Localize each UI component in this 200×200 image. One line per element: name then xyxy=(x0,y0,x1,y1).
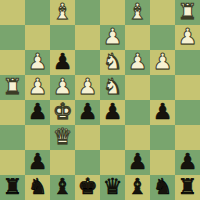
square-a1[interactable]: ♜ xyxy=(175,0,200,25)
black-rook-a8[interactable]: ♜ xyxy=(178,174,198,199)
square-d6[interactable] xyxy=(100,125,125,150)
square-e2[interactable] xyxy=(75,25,100,50)
black-pawn-g7[interactable]: ♟ xyxy=(28,149,48,174)
square-e4[interactable]: ♟ xyxy=(75,75,100,100)
square-g7[interactable]: ♟ xyxy=(25,150,50,175)
white-bishop-f1[interactable]: ♝ xyxy=(53,0,73,24)
square-g4[interactable]: ♟ xyxy=(25,75,50,100)
black-pawn-f3[interactable]: ♟ xyxy=(53,49,73,74)
square-h3[interactable] xyxy=(0,50,25,75)
black-pawn-b5[interactable]: ♟ xyxy=(153,99,173,124)
white-pawn-g3[interactable]: ♟ xyxy=(28,49,48,74)
white-rook-h4[interactable]: ♜ xyxy=(3,74,23,99)
white-rook-a1[interactable]: ♜ xyxy=(178,0,198,24)
square-g6[interactable] xyxy=(25,125,50,150)
square-c4[interactable] xyxy=(125,75,150,100)
black-knight-b8[interactable]: ♞ xyxy=(153,174,173,199)
square-a6[interactable] xyxy=(175,125,200,150)
square-h7[interactable] xyxy=(0,150,25,175)
square-f8[interactable]: ♝ xyxy=(50,175,75,200)
square-a7[interactable]: ♟ xyxy=(175,150,200,175)
white-pawn-f4[interactable]: ♟ xyxy=(53,74,73,99)
square-g8[interactable]: ♞ xyxy=(25,175,50,200)
square-d2[interactable]: ♟ xyxy=(100,25,125,50)
square-c2[interactable] xyxy=(125,25,150,50)
square-g1[interactable] xyxy=(25,0,50,25)
square-b7[interactable] xyxy=(150,150,175,175)
square-h6[interactable] xyxy=(0,125,25,150)
square-c1[interactable]: ♝ xyxy=(125,0,150,25)
square-a3[interactable] xyxy=(175,50,200,75)
square-a4[interactable] xyxy=(175,75,200,100)
black-king-e8[interactable]: ♚ xyxy=(78,174,98,199)
square-f5[interactable]: ♚ xyxy=(50,100,75,125)
square-c8[interactable]: ♝ xyxy=(125,175,150,200)
square-b3[interactable]: ♟ xyxy=(150,50,175,75)
white-pawn-b3[interactable]: ♟ xyxy=(153,49,173,74)
square-d3[interactable]: ♞ xyxy=(100,50,125,75)
square-a5[interactable] xyxy=(175,100,200,125)
square-f3[interactable]: ♟ xyxy=(50,50,75,75)
square-b2[interactable] xyxy=(150,25,175,50)
white-king-f5[interactable]: ♚ xyxy=(53,99,73,124)
white-pawn-c3[interactable]: ♟ xyxy=(128,49,148,74)
square-h2[interactable] xyxy=(0,25,25,50)
square-b5[interactable]: ♟ xyxy=(150,100,175,125)
white-pawn-a2[interactable]: ♟ xyxy=(178,24,198,49)
square-h5[interactable] xyxy=(0,100,25,125)
black-bishop-c8[interactable]: ♝ xyxy=(128,174,148,199)
white-knight-d4[interactable]: ♞ xyxy=(103,74,123,99)
square-h8[interactable]: ♜ xyxy=(0,175,25,200)
white-pawn-d2[interactable]: ♟ xyxy=(103,24,123,49)
white-pawn-e4[interactable]: ♟ xyxy=(78,74,98,99)
black-pawn-c7[interactable]: ♟ xyxy=(128,149,148,174)
square-c7[interactable]: ♟ xyxy=(125,150,150,175)
square-e3[interactable] xyxy=(75,50,100,75)
black-pawn-g5[interactable]: ♟ xyxy=(28,99,48,124)
square-a2[interactable]: ♟ xyxy=(175,25,200,50)
square-g2[interactable] xyxy=(25,25,50,50)
white-queen-f6[interactable]: ♛ xyxy=(53,124,73,149)
square-b1[interactable] xyxy=(150,0,175,25)
square-e1[interactable] xyxy=(75,0,100,25)
square-e5[interactable]: ♟ xyxy=(75,100,100,125)
chess-board: ♝♝♜♟♟♟♟♞♟♟♜♟♟♟♞♟♚♟♟♟♛♟♟♟♜♞♝♚♛♝♞♜ xyxy=(0,0,200,200)
square-a8[interactable]: ♜ xyxy=(175,175,200,200)
square-h4[interactable]: ♜ xyxy=(0,75,25,100)
black-rook-h8[interactable]: ♜ xyxy=(3,174,23,199)
square-f4[interactable]: ♟ xyxy=(50,75,75,100)
black-queen-d8[interactable]: ♛ xyxy=(103,174,123,199)
black-pawn-a7[interactable]: ♟ xyxy=(178,149,198,174)
white-knight-d3[interactable]: ♞ xyxy=(103,49,123,74)
black-knight-g8[interactable]: ♞ xyxy=(28,174,48,199)
white-bishop-c1[interactable]: ♝ xyxy=(128,0,148,24)
square-g3[interactable]: ♟ xyxy=(25,50,50,75)
square-e8[interactable]: ♚ xyxy=(75,175,100,200)
square-f2[interactable] xyxy=(50,25,75,50)
white-pawn-g4[interactable]: ♟ xyxy=(28,74,48,99)
square-d8[interactable]: ♛ xyxy=(100,175,125,200)
square-d5[interactable]: ♟ xyxy=(100,100,125,125)
square-e7[interactable] xyxy=(75,150,100,175)
square-f7[interactable] xyxy=(50,150,75,175)
square-b4[interactable] xyxy=(150,75,175,100)
square-f1[interactable]: ♝ xyxy=(50,0,75,25)
black-bishop-f8[interactable]: ♝ xyxy=(53,174,73,199)
square-g5[interactable]: ♟ xyxy=(25,100,50,125)
square-f6[interactable]: ♛ xyxy=(50,125,75,150)
black-pawn-e5[interactable]: ♟ xyxy=(78,99,98,124)
black-pawn-d5[interactable]: ♟ xyxy=(103,99,123,124)
square-c6[interactable] xyxy=(125,125,150,150)
square-d1[interactable] xyxy=(100,0,125,25)
square-e6[interactable] xyxy=(75,125,100,150)
square-d4[interactable]: ♞ xyxy=(100,75,125,100)
square-b8[interactable]: ♞ xyxy=(150,175,175,200)
square-b6[interactable] xyxy=(150,125,175,150)
square-c3[interactable]: ♟ xyxy=(125,50,150,75)
square-h1[interactable] xyxy=(0,0,25,25)
square-c5[interactable] xyxy=(125,100,150,125)
square-d7[interactable] xyxy=(100,150,125,175)
